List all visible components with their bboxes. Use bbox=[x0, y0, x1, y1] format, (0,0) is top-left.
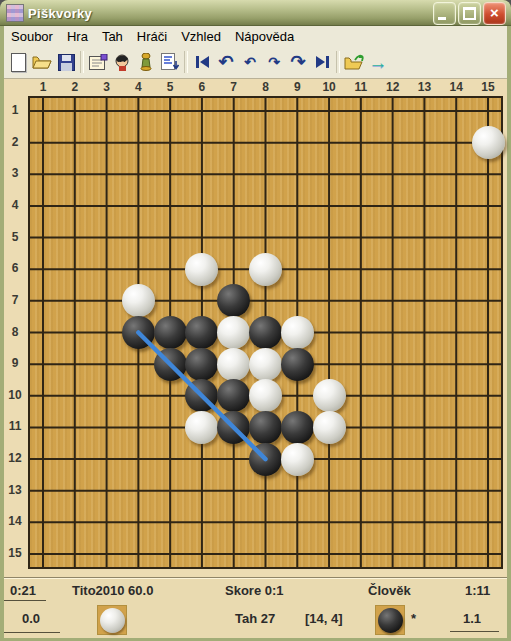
left-player-time: 0:21 bbox=[10, 583, 36, 598]
col-label-10: 10 bbox=[317, 80, 341, 94]
app-window: Piškvorky × SouborHraTahHráčiVzhledNápov… bbox=[0, 0, 511, 641]
white-player-stone-icon bbox=[97, 605, 127, 635]
win-line-overlay bbox=[28, 96, 503, 569]
row-label-12: 12 bbox=[4, 451, 26, 465]
right-player-time: 1:11 bbox=[465, 583, 490, 598]
last-move-button[interactable] bbox=[310, 50, 334, 74]
row-label-13: 13 bbox=[4, 483, 26, 497]
col-label-15: 15 bbox=[476, 80, 500, 94]
toolbar-separator bbox=[336, 51, 340, 73]
app-icon bbox=[6, 4, 24, 22]
menu-item-hraci[interactable]: Hráči bbox=[130, 27, 174, 46]
toolbar-separator bbox=[80, 51, 84, 73]
underline bbox=[4, 600, 46, 601]
row-label-1: 1 bbox=[4, 103, 26, 117]
players-icon bbox=[114, 54, 131, 71]
col-label-6: 6 bbox=[190, 80, 214, 94]
black-player-stone-icon bbox=[375, 605, 405, 635]
close-icon: × bbox=[490, 5, 499, 20]
turn-marker: * bbox=[411, 611, 416, 626]
redo-button[interactable]: ↷ bbox=[262, 50, 286, 74]
white-stone-icon bbox=[100, 608, 125, 633]
continue-button[interactable]: → bbox=[366, 50, 390, 74]
row-label-10: 10 bbox=[4, 388, 26, 402]
minimize-button[interactable] bbox=[433, 2, 456, 25]
toolbar-separator bbox=[184, 51, 188, 73]
undo-icon: ↶ bbox=[244, 55, 256, 69]
new-button[interactable] bbox=[6, 50, 30, 74]
client-area: SouborHraTahHráčiVzhledNápověda ↶↶↷↷→ 12… bbox=[4, 26, 507, 637]
col-label-8: 8 bbox=[254, 80, 278, 94]
moves-list-button[interactable] bbox=[158, 50, 182, 74]
right-player-points: 1.1 bbox=[463, 611, 481, 626]
col-label-4: 4 bbox=[126, 80, 150, 94]
first-move-icon bbox=[196, 56, 209, 68]
players-button[interactable] bbox=[110, 50, 134, 74]
load-position-button[interactable] bbox=[342, 50, 366, 74]
underline bbox=[4, 632, 60, 633]
row-label-14: 14 bbox=[4, 514, 26, 528]
undo-all-button[interactable]: ↶ bbox=[214, 50, 238, 74]
menu-item-napoveda[interactable]: Nápověda bbox=[228, 27, 301, 46]
moves-list-icon bbox=[161, 53, 179, 71]
redo-all-button[interactable]: ↷ bbox=[286, 50, 310, 74]
continue-icon: → bbox=[369, 53, 388, 72]
underline bbox=[450, 631, 499, 632]
row-label-8: 8 bbox=[4, 325, 26, 339]
menu-bar: SouborHraTahHráčiVzhledNápověda bbox=[4, 26, 507, 46]
open-folder-icon bbox=[32, 54, 52, 70]
move-number: Tah 27 bbox=[235, 611, 275, 626]
redo-icon: ↷ bbox=[268, 55, 280, 69]
row-label-5: 5 bbox=[4, 230, 26, 244]
col-label-7: 7 bbox=[222, 80, 246, 94]
redo-all-icon: ↷ bbox=[290, 53, 305, 71]
col-label-13: 13 bbox=[412, 80, 436, 94]
last-move-coords: [14, 4] bbox=[305, 611, 343, 626]
game-board[interactable] bbox=[28, 96, 503, 569]
menu-item-hra[interactable]: Hra bbox=[60, 27, 95, 46]
undo-button[interactable]: ↶ bbox=[238, 50, 262, 74]
save-button[interactable] bbox=[54, 50, 78, 74]
row-label-2: 2 bbox=[4, 135, 26, 149]
close-button[interactable]: × bbox=[483, 2, 506, 25]
left-player-name: Tito2010 60.0 bbox=[72, 583, 153, 598]
title-bar: Piškvorky × bbox=[0, 0, 511, 26]
minimize-icon bbox=[438, 17, 446, 20]
open-button[interactable] bbox=[30, 50, 54, 74]
col-label-9: 9 bbox=[285, 80, 309, 94]
col-label-1: 1 bbox=[31, 80, 55, 94]
board-area: 123456789101112131415 123456789101112131… bbox=[4, 78, 507, 577]
save-icon bbox=[58, 54, 75, 71]
left-player-points: 0.0 bbox=[22, 611, 40, 626]
col-label-5: 5 bbox=[158, 80, 182, 94]
row-label-4: 4 bbox=[4, 198, 26, 212]
properties-button[interactable] bbox=[86, 50, 110, 74]
status-bar: 0:21 Tito2010 60.0 Skore 0:1 Člověk 1:11… bbox=[4, 577, 507, 638]
load-position-icon bbox=[344, 54, 364, 71]
new-file-icon bbox=[11, 53, 26, 72]
properties-icon bbox=[89, 54, 108, 71]
row-label-6: 6 bbox=[4, 261, 26, 275]
menu-item-soubor[interactable]: Soubor bbox=[4, 27, 60, 46]
undo-all-icon: ↶ bbox=[218, 53, 233, 71]
col-label-11: 11 bbox=[349, 80, 373, 94]
first-move-button[interactable] bbox=[190, 50, 214, 74]
black-stone-icon bbox=[378, 608, 403, 633]
row-label-9: 9 bbox=[4, 356, 26, 370]
maximize-button[interactable] bbox=[458, 2, 481, 25]
col-label-2: 2 bbox=[63, 80, 87, 94]
right-player-name: Člověk bbox=[368, 583, 411, 598]
row-label-11: 11 bbox=[4, 419, 26, 433]
window-title: Piškvorky bbox=[28, 6, 92, 21]
row-label-3: 3 bbox=[4, 166, 26, 180]
window-controls: × bbox=[433, 2, 511, 25]
col-label-14: 14 bbox=[444, 80, 468, 94]
row-label-7: 7 bbox=[4, 293, 26, 307]
toolbar: ↶↶↷↷→ bbox=[4, 46, 507, 78]
last-move-icon bbox=[316, 56, 329, 68]
col-label-12: 12 bbox=[381, 80, 405, 94]
menu-item-vzhled[interactable]: Vzhled bbox=[174, 27, 228, 46]
figure-button[interactable] bbox=[134, 50, 158, 74]
col-label-3: 3 bbox=[95, 80, 119, 94]
figure-icon bbox=[140, 53, 152, 71]
score-label: Skore 0:1 bbox=[225, 583, 284, 598]
maximize-icon bbox=[463, 7, 476, 20]
row-label-15: 15 bbox=[4, 546, 26, 560]
menu-item-tah[interactable]: Tah bbox=[95, 27, 130, 46]
